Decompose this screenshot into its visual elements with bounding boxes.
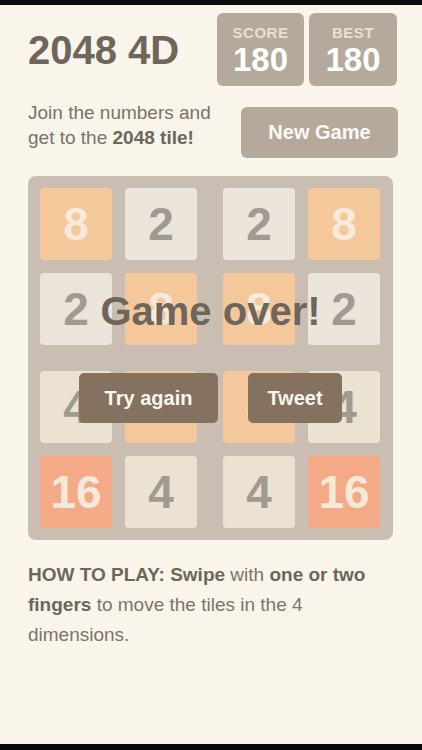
tweet-button[interactable]: Tweet — [248, 373, 342, 423]
intro-text-goal: 2048 tile! — [113, 127, 194, 148]
board-quadrants: 8 2 2 8 2 8 8 2 4 8 16 4 8 4 4 16 — [40, 188, 380, 528]
intro-text: Join the numbers and get to the 2048 til… — [28, 100, 230, 150]
howto-seg2: with — [225, 564, 269, 585]
howto-seg1: HOW TO PLAY: Swipe — [28, 564, 225, 585]
best-box: BEST 180 — [309, 13, 397, 86]
score-value: 180 — [233, 42, 288, 78]
try-again-button[interactable]: Try again — [79, 373, 218, 423]
tile-r1c3: 2 — [223, 188, 295, 260]
tile-r1c1: 8 — [40, 188, 112, 260]
game-board[interactable]: 8 2 2 8 2 8 8 2 4 8 16 4 8 4 4 16 — [28, 176, 393, 540]
best-value: 180 — [325, 42, 380, 78]
game-over-message: Game over! — [28, 288, 393, 334]
tile-r4c3: 4 — [223, 456, 295, 528]
best-label: BEST — [332, 24, 374, 42]
score-box: SCORE 180 — [217, 13, 304, 86]
top-black-bar — [0, 0, 422, 5]
tile-r4c2: 4 — [125, 456, 197, 528]
new-game-button[interactable]: New Game — [241, 107, 398, 158]
tile-r1c4: 8 — [308, 188, 380, 260]
page-title: 2048 4D — [28, 29, 179, 71]
score-label: SCORE — [233, 24, 289, 42]
how-to-play-text: HOW TO PLAY: Swipe with one or two finge… — [28, 560, 400, 650]
app-screen: 2048 4D SCORE 180 BEST 180 Join the numb… — [0, 0, 422, 750]
tile-r4c1: 16 — [40, 456, 112, 528]
tile-r1c2: 2 — [125, 188, 197, 260]
tile-r4c4: 16 — [308, 456, 380, 528]
game-over-buttons: Try again Tweet — [28, 373, 393, 423]
bottom-black-bar — [0, 744, 422, 750]
